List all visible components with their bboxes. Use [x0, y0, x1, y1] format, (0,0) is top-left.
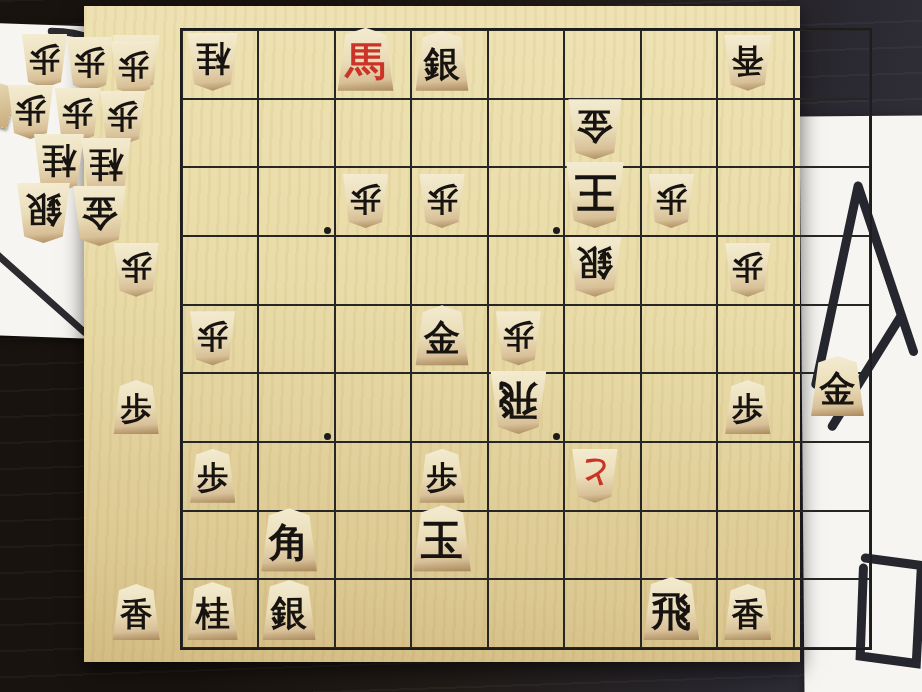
piece-sente-9f[interactable]: 歩: [113, 380, 160, 434]
board-cell-3f: [641, 373, 717, 442]
board-cell-1h: [794, 511, 870, 580]
piece-kanji: 王: [565, 164, 625, 221]
board-cell-6i: [411, 579, 487, 648]
board-cell-9c: [182, 167, 258, 236]
piece-gote-3d[interactable]: 銀: [567, 237, 622, 297]
piece-sente-8g[interactable]: 歩: [189, 449, 236, 503]
board-cell-7b: [335, 99, 411, 168]
shogi-game-photo: 香桂馬銀香金歩歩王歩歩銀歩歩金歩歩飛歩歩歩と角玉香桂銀飛香歩歩歩歩歩歩桂桂銀金金: [0, 0, 922, 692]
piece-gote-1d[interactable]: 歩: [724, 243, 771, 297]
piece-kanji: 角: [260, 515, 318, 570]
board-cell-4f: [564, 373, 640, 442]
piece-kanji: 飛: [642, 583, 700, 638]
piece-sente-6a[interactable]: 馬: [337, 28, 395, 91]
piece-sente-5a[interactable]: 銀: [415, 31, 470, 91]
board-cell-3a: [641, 30, 717, 99]
hoshi-dot: [553, 433, 560, 440]
board-cell-9f: [182, 373, 258, 442]
piece-gote-hand-1[interactable]: 歩: [66, 37, 113, 91]
board-cell-1a: [794, 30, 870, 99]
piece-kanji: 歩: [110, 43, 157, 90]
piece-gote-hand-9[interactable]: 金: [72, 186, 127, 246]
board-cell-5g: [488, 442, 564, 511]
piece-kanji: 飛: [489, 373, 547, 428]
board-cell-8d: [258, 236, 334, 305]
hoshi-dot: [324, 227, 331, 234]
board-cell-4e: [564, 305, 640, 374]
piece-gote-hand-5[interactable]: 歩: [99, 91, 146, 145]
piece-sente-5e[interactable]: 金: [415, 305, 470, 365]
piece-kanji: 金: [72, 188, 127, 240]
board-cell-9d: [182, 236, 258, 305]
piece-kanji: 歩: [724, 385, 771, 432]
piece-gote-6c[interactable]: 歩: [342, 174, 389, 228]
piece-gote-hand-2[interactable]: 歩: [110, 41, 157, 95]
piece-kanji: 香: [723, 590, 772, 639]
piece-gote-8e[interactable]: 歩: [189, 311, 236, 365]
board-cell-7h: [335, 511, 411, 580]
board-cell-1d: [794, 236, 870, 305]
board-cell-7e: [335, 305, 411, 374]
board-cell-4i: [564, 579, 640, 648]
board-cell-8c: [258, 167, 334, 236]
board-cell-1c: [794, 167, 870, 236]
piece-kanji: 歩: [113, 385, 160, 432]
board-cell-1b: [794, 99, 870, 168]
board-cell-4h: [564, 511, 640, 580]
piece-sente-7i[interactable]: 銀: [262, 580, 317, 640]
piece-kanji: 銀: [567, 238, 622, 290]
board-cell-8f: [258, 373, 334, 442]
handwriting-diagonal-line: [0, 251, 87, 332]
piece-gote-5c[interactable]: 歩: [419, 174, 466, 228]
board-cell-3h: [641, 511, 717, 580]
board-cell-9h: [182, 511, 258, 580]
board-cell-3d: [641, 236, 717, 305]
board-cell-2b: [717, 99, 793, 168]
piece-kanji: 歩: [342, 176, 389, 223]
hoshi-dot: [324, 433, 331, 440]
piece-sente-hand-0[interactable]: 金: [810, 356, 865, 416]
board-cell-6f: [411, 373, 487, 442]
piece-gote-hand-3[interactable]: 歩: [7, 85, 54, 139]
piece-kanji: 歩: [21, 36, 68, 83]
piece-gote-3b[interactable]: 金: [567, 99, 622, 159]
piece-sente-5g[interactable]: 歩: [419, 449, 466, 503]
board-cell-6b: [411, 99, 487, 168]
piece-sente-1i[interactable]: 香: [723, 584, 772, 640]
board-cell-1g: [794, 442, 870, 511]
board-cell-2h: [717, 511, 793, 580]
piece-gote-3g[interactable]: と: [571, 449, 618, 503]
piece-kanji: 歩: [419, 176, 466, 223]
board-cell-4a: [564, 30, 640, 99]
piece-kanji: 桂: [187, 588, 239, 638]
board-cell-3b: [641, 99, 717, 168]
board-cell-5d: [488, 236, 564, 305]
piece-kanji: 歩: [54, 90, 101, 137]
piece-kanji: 金: [567, 101, 622, 153]
piece-gote-hand-8[interactable]: 銀: [16, 183, 71, 243]
board-cell-7d: [335, 236, 411, 305]
piece-gote-hand-4[interactable]: 歩: [54, 88, 101, 142]
piece-gote-4f[interactable]: 飛: [489, 371, 547, 434]
piece-kanji: 歩: [724, 244, 771, 291]
piece-kanji: 桂: [187, 34, 239, 84]
board-cell-7g: [335, 442, 411, 511]
board-cell-8b: [258, 99, 334, 168]
piece-kanji: 歩: [7, 87, 54, 134]
board-cell-6d: [411, 236, 487, 305]
board-cell-9b: [182, 99, 258, 168]
piece-kanji: 桂: [33, 136, 85, 186]
board-cell-5h: [488, 511, 564, 580]
board-cell-8g: [258, 442, 334, 511]
piece-sente-9i[interactable]: 香: [112, 584, 161, 640]
board-cell-7i: [335, 579, 411, 648]
piece-gote-9d[interactable]: 歩: [113, 243, 160, 297]
piece-gote-1a[interactable]: 香: [723, 35, 772, 91]
board-cell-2e: [717, 305, 793, 374]
piece-gote-3c[interactable]: 王: [565, 162, 625, 228]
piece-kanji: 歩: [99, 93, 146, 140]
piece-gote-hand-0[interactable]: 歩: [21, 34, 68, 88]
piece-kanji: 金: [810, 362, 865, 414]
piece-kanji: 香: [112, 590, 161, 639]
piece-kanji: 歩: [113, 244, 160, 291]
board-cell-3e: [641, 305, 717, 374]
piece-sente-2i[interactable]: 飛: [642, 577, 700, 640]
piece-kanji: 銀: [415, 37, 470, 89]
piece-kanji: 銀: [16, 185, 71, 237]
piece-kanji: 玉: [412, 512, 472, 569]
piece-kanji: と: [571, 450, 618, 497]
piece-sente-5h[interactable]: 玉: [412, 505, 472, 571]
board-cell-2c: [717, 167, 793, 236]
piece-kanji: 香: [723, 36, 772, 85]
board-cell-8a: [258, 30, 334, 99]
piece-gote-8a[interactable]: 桂: [187, 33, 239, 91]
board-cell-5b: [488, 99, 564, 168]
piece-kanji: 銀: [262, 586, 317, 638]
piece-gote-4e[interactable]: 歩: [495, 311, 542, 365]
board-cell-8e: [258, 305, 334, 374]
board-cell-2g: [717, 442, 793, 511]
piece-gote-2c[interactable]: 歩: [648, 174, 695, 228]
piece-kanji: 金: [415, 311, 470, 363]
board-cell-5i: [488, 579, 564, 648]
board-cell-5a: [488, 30, 564, 99]
piece-kanji: 歩: [189, 313, 236, 360]
piece-kanji: 桂: [80, 140, 132, 190]
piece-kanji: 歩: [189, 454, 236, 501]
piece-kanji: 歩: [495, 313, 542, 360]
board-cell-5c: [488, 167, 564, 236]
piece-sente-8i[interactable]: 桂: [187, 582, 239, 640]
piece-sente-1f[interactable]: 歩: [724, 380, 771, 434]
piece-kanji: 馬: [337, 34, 395, 89]
board-cell-1i: [794, 579, 870, 648]
piece-kanji: 歩: [419, 454, 466, 501]
piece-kanji: 歩: [648, 176, 695, 223]
piece-kanji: 歩: [66, 39, 113, 86]
hoshi-dot: [553, 227, 560, 234]
board-cell-3g: [641, 442, 717, 511]
board-cell-7f: [335, 373, 411, 442]
piece-sente-7h[interactable]: 角: [260, 508, 318, 571]
